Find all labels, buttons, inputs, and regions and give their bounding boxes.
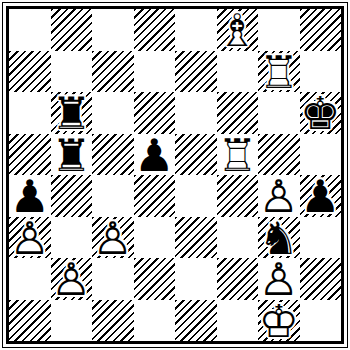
black-pawn-halo: ♟ [9, 176, 51, 218]
square-h5[interactable] [300, 134, 342, 176]
square-c2[interactable] [92, 258, 134, 300]
square-c1[interactable] [92, 300, 134, 342]
white-rook-halo: ♜ [258, 51, 300, 93]
white-pawn-g2: ♙ [258, 259, 300, 301]
square-d2[interactable] [134, 258, 176, 300]
square-g4[interactable]: ♟♙ [258, 175, 300, 217]
square-a1[interactable] [9, 300, 51, 342]
black-pawn-a4: ♟ [9, 176, 51, 218]
square-b2[interactable]: ♟♙ [51, 258, 93, 300]
black-pawn-halo: ♟ [134, 134, 176, 176]
square-d7[interactable] [134, 51, 176, 93]
white-rook-f5: ♖ [217, 134, 259, 176]
white-pawn-a3: ♙ [9, 217, 51, 259]
square-e6[interactable] [175, 92, 217, 134]
square-f7[interactable] [217, 51, 259, 93]
square-f1[interactable] [217, 300, 259, 342]
square-a8[interactable] [9, 9, 51, 51]
square-e3[interactable] [175, 217, 217, 259]
square-e1[interactable] [175, 300, 217, 342]
square-h2[interactable] [300, 258, 342, 300]
square-c7[interactable] [92, 51, 134, 93]
white-pawn-halo: ♟ [258, 259, 300, 301]
square-g2[interactable]: ♟♙ [258, 258, 300, 300]
black-rook-b6: ♜ [51, 93, 93, 135]
black-knight-halo: ♞ [258, 217, 300, 259]
square-a5[interactable] [9, 134, 51, 176]
square-b4[interactable] [51, 175, 93, 217]
square-a3[interactable]: ♟♙ [9, 217, 51, 259]
square-h1[interactable] [300, 300, 342, 342]
white-rook-halo: ♜ [217, 134, 259, 176]
square-g6[interactable] [258, 92, 300, 134]
square-d5[interactable]: ♟♟ [134, 134, 176, 176]
white-rook-g7: ♖ [258, 51, 300, 93]
square-c5[interactable] [92, 134, 134, 176]
square-f8[interactable]: ♝♗ [217, 9, 259, 51]
chess-board-diagram: ♝♗♜♖♜♜♚♚♜♜♟♟♜♖♟♟♟♙♟♟♟♙♟♙♞♞♟♙♟♙♚♔ [0, 0, 350, 350]
square-g5[interactable] [258, 134, 300, 176]
square-h8[interactable] [300, 9, 342, 51]
square-b7[interactable] [51, 51, 93, 93]
square-a7[interactable] [9, 51, 51, 93]
white-pawn-g4: ♙ [258, 176, 300, 218]
square-c3[interactable]: ♟♙ [92, 217, 134, 259]
square-c4[interactable] [92, 175, 134, 217]
square-d6[interactable] [134, 92, 176, 134]
black-pawn-d5: ♟ [134, 134, 176, 176]
square-b8[interactable] [51, 9, 93, 51]
white-pawn-halo: ♟ [9, 217, 51, 259]
black-rook-halo: ♜ [51, 134, 93, 176]
square-b6[interactable]: ♜♜ [51, 92, 93, 134]
black-king-halo: ♚ [300, 93, 342, 135]
white-bishop-f8: ♗ [217, 10, 259, 52]
square-f5[interactable]: ♜♖ [217, 134, 259, 176]
square-f3[interactable] [217, 217, 259, 259]
white-pawn-b2: ♙ [51, 259, 93, 301]
square-d8[interactable] [134, 9, 176, 51]
square-f4[interactable] [217, 175, 259, 217]
square-e2[interactable] [175, 258, 217, 300]
square-e4[interactable] [175, 175, 217, 217]
square-h4[interactable]: ♟♟ [300, 175, 342, 217]
square-d1[interactable] [134, 300, 176, 342]
square-d4[interactable] [134, 175, 176, 217]
black-rook-b5: ♜ [51, 134, 93, 176]
square-h6[interactable]: ♚♚ [300, 92, 342, 134]
square-g1[interactable]: ♚♔ [258, 300, 300, 342]
square-f2[interactable] [217, 258, 259, 300]
square-a4[interactable]: ♟♟ [9, 175, 51, 217]
black-rook-halo: ♜ [51, 93, 93, 135]
square-a2[interactable] [9, 258, 51, 300]
square-b1[interactable] [51, 300, 93, 342]
square-b5[interactable]: ♜♜ [51, 134, 93, 176]
square-c6[interactable] [92, 92, 134, 134]
white-pawn-halo: ♟ [92, 217, 134, 259]
square-h3[interactable] [300, 217, 342, 259]
white-pawn-c3: ♙ [92, 217, 134, 259]
black-king-h6: ♚ [300, 93, 342, 135]
square-e5[interactable] [175, 134, 217, 176]
black-pawn-halo: ♟ [300, 176, 342, 218]
board-grid: ♝♗♜♖♜♜♚♚♜♜♟♟♜♖♟♟♟♙♟♟♟♙♟♙♞♞♟♙♟♙♚♔ [9, 9, 341, 341]
black-knight-g3: ♞ [258, 217, 300, 259]
square-g8[interactable] [258, 9, 300, 51]
square-c8[interactable] [92, 9, 134, 51]
white-king-halo: ♚ [258, 300, 300, 342]
black-pawn-h4: ♟ [300, 176, 342, 218]
white-bishop-halo: ♝ [217, 10, 259, 52]
square-g3[interactable]: ♞♞ [258, 217, 300, 259]
white-pawn-halo: ♟ [51, 259, 93, 301]
square-b3[interactable] [51, 217, 93, 259]
square-h7[interactable] [300, 51, 342, 93]
square-e7[interactable] [175, 51, 217, 93]
square-f6[interactable] [217, 92, 259, 134]
square-e8[interactable] [175, 9, 217, 51]
white-king-g1: ♔ [258, 300, 300, 342]
white-pawn-halo: ♟ [258, 176, 300, 218]
square-g7[interactable]: ♜♖ [258, 51, 300, 93]
square-d3[interactable] [134, 217, 176, 259]
square-a6[interactable] [9, 92, 51, 134]
